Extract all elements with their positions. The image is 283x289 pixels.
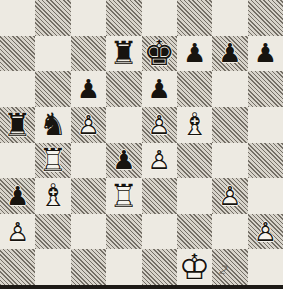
square-c2[interactable] xyxy=(71,214,106,250)
square-e4[interactable]: ♟♙ xyxy=(142,143,177,179)
square-g6[interactable] xyxy=(212,71,247,107)
square-h2[interactable]: ♟♙ xyxy=(248,214,283,250)
square-e8[interactable] xyxy=(142,0,177,36)
square-f4[interactable] xyxy=(177,143,212,179)
square-a6[interactable] xyxy=(0,71,35,107)
black-pawn-h7[interactable]: ♟ xyxy=(248,36,283,72)
square-g4[interactable] xyxy=(212,143,247,179)
square-d2[interactable] xyxy=(106,214,141,250)
white-piece-outline: ♙ xyxy=(142,143,177,179)
white-pawn-c5[interactable]: ♟♙ xyxy=(71,107,106,143)
square-f7[interactable]: ♟ xyxy=(177,36,212,72)
square-h6[interactable] xyxy=(248,71,283,107)
square-e6[interactable]: ♟ xyxy=(142,71,177,107)
square-h7[interactable]: ♟ xyxy=(248,36,283,72)
square-a7[interactable] xyxy=(0,36,35,72)
white-pawn-e5[interactable]: ♟♙ xyxy=(142,107,177,143)
square-f6[interactable] xyxy=(177,71,212,107)
square-a3[interactable]: ♟ xyxy=(0,178,35,214)
square-f2[interactable] xyxy=(177,214,212,250)
square-c3[interactable] xyxy=(71,178,106,214)
square-h8[interactable] xyxy=(248,0,283,36)
square-c1[interactable] xyxy=(71,249,106,285)
square-b4[interactable]: ♜♖ xyxy=(35,143,70,179)
square-a4[interactable] xyxy=(0,143,35,179)
square-c4[interactable] xyxy=(71,143,106,179)
square-d6[interactable] xyxy=(106,71,141,107)
black-pawn-e6[interactable]: ♟ xyxy=(142,71,177,107)
square-a5[interactable]: ♜ xyxy=(0,107,35,143)
square-e7[interactable]: ♚ xyxy=(142,36,177,72)
square-c5[interactable]: ♟♙ xyxy=(71,107,106,143)
white-pawn-g3[interactable]: ♟♙ xyxy=(212,178,247,214)
square-g7[interactable]: ♟ xyxy=(212,36,247,72)
square-e5[interactable]: ♟♙ xyxy=(142,107,177,143)
square-g2[interactable] xyxy=(212,214,247,250)
square-a1[interactable] xyxy=(0,249,35,285)
white-piece-outline: ♙ xyxy=(212,178,247,214)
square-b5[interactable]: ♞ xyxy=(35,107,70,143)
white-king-f1[interactable]: ♚♔ xyxy=(177,249,212,285)
black-rook-d7[interactable]: ♜ xyxy=(106,36,141,72)
bottom-print-rule xyxy=(0,285,283,289)
square-g8[interactable] xyxy=(212,0,247,36)
square-g3[interactable]: ♟♙ xyxy=(212,178,247,214)
white-piece-outline: ♙ xyxy=(248,214,283,250)
square-b6[interactable] xyxy=(35,71,70,107)
square-c6[interactable]: ♟ xyxy=(71,71,106,107)
square-d5[interactable] xyxy=(106,107,141,143)
square-h5[interactable] xyxy=(248,107,283,143)
square-d1[interactable] xyxy=(106,249,141,285)
white-piece-outline: ♖ xyxy=(35,143,70,179)
square-e1[interactable] xyxy=(142,249,177,285)
square-a2[interactable]: ♟♙ xyxy=(0,214,35,250)
square-h1[interactable] xyxy=(248,249,283,285)
square-b3[interactable]: ♝♗ xyxy=(35,178,70,214)
white-piece-outline: ♗ xyxy=(177,107,212,143)
square-b1[interactable] xyxy=(35,249,70,285)
white-pawn-h2[interactable]: ♟♙ xyxy=(248,214,283,250)
square-e3[interactable] xyxy=(142,178,177,214)
square-b7[interactable] xyxy=(35,36,70,72)
black-knight-b5[interactable]: ♞ xyxy=(35,107,70,143)
chess-board: ♜♚♟♟♟♟♟♜♞♟♙♟♙♝♗♜♖♟♟♙♟♝♗♜♖♟♙♟♙♟♙♚♔ xyxy=(0,0,283,285)
white-bishop-b3[interactable]: ♝♗ xyxy=(35,178,70,214)
white-piece-outline: ♔ xyxy=(177,249,212,285)
square-b8[interactable] xyxy=(35,0,70,36)
square-a8[interactable] xyxy=(0,0,35,36)
black-rook-a5[interactable]: ♜ xyxy=(0,107,35,143)
black-king-e7[interactable]: ♚ xyxy=(142,36,177,72)
white-rook-d3[interactable]: ♜♖ xyxy=(106,178,141,214)
white-pawn-a2[interactable]: ♟♙ xyxy=(0,214,35,250)
square-f8[interactable] xyxy=(177,0,212,36)
chess-diagram-page: ♜♚♟♟♟♟♟♜♞♟♙♟♙♝♗♜♖♟♟♙♟♝♗♜♖♟♙♟♙♟♙♚♔ 2 xyxy=(0,0,283,289)
square-c8[interactable] xyxy=(71,0,106,36)
black-pawn-a3[interactable]: ♟ xyxy=(0,178,35,214)
white-piece-outline: ♙ xyxy=(71,107,106,143)
white-piece-outline: ♖ xyxy=(106,178,141,214)
square-d8[interactable] xyxy=(106,0,141,36)
white-pawn-e4[interactable]: ♟♙ xyxy=(142,143,177,179)
square-g1[interactable] xyxy=(212,249,247,285)
black-pawn-d4[interactable]: ♟ xyxy=(106,143,141,179)
square-b2[interactable] xyxy=(35,214,70,250)
square-c7[interactable] xyxy=(71,36,106,72)
square-d4[interactable]: ♟ xyxy=(106,143,141,179)
square-g5[interactable] xyxy=(212,107,247,143)
white-piece-outline: ♙ xyxy=(142,107,177,143)
square-h4[interactable] xyxy=(248,143,283,179)
black-pawn-c6[interactable]: ♟ xyxy=(71,71,106,107)
square-f5[interactable]: ♝♗ xyxy=(177,107,212,143)
black-pawn-f7[interactable]: ♟ xyxy=(177,36,212,72)
black-pawn-g7[interactable]: ♟ xyxy=(212,36,247,72)
white-rook-b4[interactable]: ♜♖ xyxy=(35,143,70,179)
white-piece-outline: ♙ xyxy=(0,214,35,250)
square-f3[interactable] xyxy=(177,178,212,214)
square-d7[interactable]: ♜ xyxy=(106,36,141,72)
square-d3[interactable]: ♜♖ xyxy=(106,178,141,214)
square-h3[interactable] xyxy=(248,178,283,214)
white-piece-outline: ♗ xyxy=(35,178,70,214)
square-e2[interactable] xyxy=(142,214,177,250)
square-f1[interactable]: ♚♔ xyxy=(177,249,212,285)
white-bishop-f5[interactable]: ♝♗ xyxy=(177,107,212,143)
